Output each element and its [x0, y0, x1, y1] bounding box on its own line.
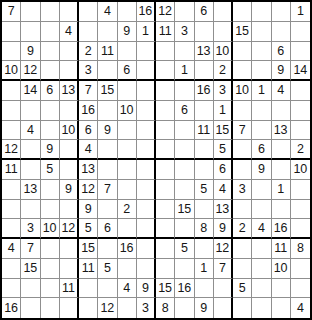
cell-r12c7[interactable]: [118, 219, 137, 239]
cell-r8c3: 9: [41, 140, 60, 160]
cell-r4c2: 12: [21, 61, 40, 81]
cell-r16c3[interactable]: [41, 298, 60, 318]
cell-r13c9[interactable]: [156, 239, 175, 259]
cell-r7c11: 11: [195, 121, 214, 141]
cell-r13c11[interactable]: [195, 239, 214, 259]
cell-r8c14: 6: [252, 140, 271, 160]
cell-r11c2[interactable]: [21, 200, 40, 220]
cell-r7c8[interactable]: [137, 121, 156, 141]
cell-r16c6: 12: [98, 298, 117, 318]
cell-r3c16[interactable]: [291, 42, 310, 62]
cell-r3c14[interactable]: [252, 42, 271, 62]
cell-r3c9[interactable]: [156, 42, 175, 62]
cell-r4c15: 9: [272, 61, 291, 81]
cell-r12c3: 10: [41, 219, 60, 239]
cell-r15c7: 4: [118, 279, 137, 299]
cell-r16c15[interactable]: [272, 298, 291, 318]
cell-r9c1: 11: [2, 160, 21, 180]
cell-r12c1[interactable]: [2, 219, 21, 239]
cell-r9c16: 10: [291, 160, 310, 180]
cell-r14c13[interactable]: [233, 259, 252, 279]
cell-r5c11: 16: [195, 81, 214, 101]
cell-r16c9: 8: [156, 298, 175, 318]
cell-r16c13[interactable]: [233, 298, 252, 318]
cell-r9c5: 13: [79, 160, 98, 180]
cell-r3c8[interactable]: [137, 42, 156, 62]
cell-r8c15[interactable]: [272, 140, 291, 160]
cell-r16c10[interactable]: [175, 298, 194, 318]
cell-r7c4: 10: [60, 121, 79, 141]
cell-r1c6: 4: [98, 2, 117, 22]
cell-r14c14[interactable]: [252, 259, 271, 279]
cell-r11c5: 9: [79, 200, 98, 220]
cell-r9c8[interactable]: [137, 160, 156, 180]
cell-r5c10[interactable]: [175, 81, 194, 101]
cell-r1c14[interactable]: [252, 2, 271, 22]
cell-r7c14[interactable]: [252, 121, 271, 141]
cell-r6c8[interactable]: [137, 101, 156, 121]
cell-r13c14[interactable]: [252, 239, 271, 259]
cell-r6c7: 10: [118, 101, 137, 121]
cell-r4c14[interactable]: [252, 61, 271, 81]
cell-r2c3[interactable]: [41, 22, 60, 42]
cell-r1c8: 16: [137, 2, 156, 22]
cell-r7c2: 4: [21, 121, 40, 141]
cell-r5c5: 7: [79, 81, 98, 101]
cell-r12c16[interactable]: [291, 219, 310, 239]
cell-r5c1[interactable]: [2, 81, 21, 101]
cell-r1c12[interactable]: [214, 2, 233, 22]
cell-r12c10[interactable]: [175, 219, 194, 239]
cell-r6c11[interactable]: [195, 101, 214, 121]
cell-r14c5: 11: [79, 259, 98, 279]
cell-r14c2: 15: [21, 259, 40, 279]
cell-r3c13[interactable]: [233, 42, 252, 62]
cell-r4c16: 14: [291, 61, 310, 81]
cell-r10c13: 3: [233, 180, 252, 200]
cell-r12c4: 12: [60, 219, 79, 239]
cell-r10c10[interactable]: [175, 180, 194, 200]
cell-r10c16[interactable]: [291, 180, 310, 200]
cell-r9c6[interactable]: [98, 160, 117, 180]
cell-r11c6[interactable]: [98, 200, 117, 220]
cell-r14c12: 7: [214, 259, 233, 279]
cell-r7c16[interactable]: [291, 121, 310, 141]
cell-r13c6[interactable]: [98, 239, 117, 259]
cell-r3c1[interactable]: [2, 42, 21, 62]
cell-r6c2[interactable]: [21, 101, 40, 121]
cell-r11c8[interactable]: [137, 200, 156, 220]
cell-r14c16[interactable]: [291, 259, 310, 279]
cell-r8c9[interactable]: [156, 140, 175, 160]
cell-r13c7: 16: [118, 239, 137, 259]
cell-r9c9[interactable]: [156, 160, 175, 180]
cell-r10c4: 9: [60, 180, 79, 200]
cell-r9c3: 5: [41, 160, 60, 180]
cell-r1c13[interactable]: [233, 2, 252, 22]
cell-r12c2: 3: [21, 219, 40, 239]
cell-r3c11: 13: [195, 42, 214, 62]
cell-r10c2: 13: [21, 180, 40, 200]
cell-r9c11[interactable]: [195, 160, 214, 180]
cell-r14c8[interactable]: [137, 259, 156, 279]
cell-r11c11[interactable]: [195, 200, 214, 220]
cell-r9c14: 9: [252, 160, 271, 180]
cell-r3c15: 6: [272, 42, 291, 62]
cell-r10c9[interactable]: [156, 180, 175, 200]
cell-r6c13[interactable]: [233, 101, 252, 121]
cell-r14c11: 1: [195, 259, 214, 279]
cell-r5c8[interactable]: [137, 81, 156, 101]
cell-r11c14[interactable]: [252, 200, 271, 220]
cell-r15c2[interactable]: [21, 279, 40, 299]
cell-r2c16[interactable]: [291, 22, 310, 42]
cell-r1c1: 7: [2, 2, 21, 22]
cell-r6c12: 1: [214, 101, 233, 121]
cell-r3c10[interactable]: [175, 42, 194, 62]
cell-r5c2: 14: [21, 81, 40, 101]
cell-r1c7[interactable]: [118, 2, 137, 22]
cell-r4c9[interactable]: [156, 61, 175, 81]
cell-r11c15[interactable]: [272, 200, 291, 220]
cell-r9c4[interactable]: [60, 160, 79, 180]
cell-r5c16[interactable]: [291, 81, 310, 101]
cell-r16c11: 9: [195, 298, 214, 318]
cell-r8c5: 4: [79, 140, 98, 160]
cell-r15c1[interactable]: [2, 279, 21, 299]
cell-r1c5[interactable]: [79, 2, 98, 22]
cell-r6c10: 6: [175, 101, 194, 121]
cell-r8c11[interactable]: [195, 140, 214, 160]
cell-r9c2[interactable]: [21, 160, 40, 180]
sudoku-board: 7416126149111315921113106101236129141461…: [0, 0, 312, 320]
cell-r16c8: 3: [137, 298, 156, 318]
cell-r6c3[interactable]: [41, 101, 60, 121]
cell-r10c7[interactable]: [118, 180, 137, 200]
cell-r16c7[interactable]: [118, 298, 137, 318]
cell-r12c15: 16: [272, 219, 291, 239]
cell-r4c6[interactable]: [98, 61, 117, 81]
cell-r7c10[interactable]: [175, 121, 194, 141]
cell-r16c4[interactable]: [60, 298, 79, 318]
cell-r14c6: 5: [98, 259, 117, 279]
cell-r13c12: 12: [214, 239, 233, 259]
cell-r15c8: 9: [137, 279, 156, 299]
cell-r8c6[interactable]: [98, 140, 117, 160]
cell-r2c13: 15: [233, 22, 252, 42]
cell-r6c15[interactable]: [272, 101, 291, 121]
cell-r7c12: 15: [214, 121, 233, 141]
cell-r14c4[interactable]: [60, 259, 79, 279]
cell-r5c9[interactable]: [156, 81, 175, 101]
cell-r14c15: 10: [272, 259, 291, 279]
cell-r14c1[interactable]: [2, 259, 21, 279]
cell-r12c11: 8: [195, 219, 214, 239]
cell-r2c5[interactable]: [79, 22, 98, 42]
cell-r12c8[interactable]: [137, 219, 156, 239]
cell-r4c12: 2: [214, 61, 233, 81]
cell-r2c11[interactable]: [195, 22, 214, 42]
cell-r5c7[interactable]: [118, 81, 137, 101]
cell-r4c5: 3: [79, 61, 98, 81]
cell-r8c12: 5: [214, 140, 233, 160]
cell-r2c10: 3: [175, 22, 194, 42]
cell-r12c13: 2: [233, 219, 252, 239]
cell-r3c12: 10: [214, 42, 233, 62]
cell-r13c4[interactable]: [60, 239, 79, 259]
cell-r8c13[interactable]: [233, 140, 252, 160]
cell-r11c13[interactable]: [233, 200, 252, 220]
cell-r13c13[interactable]: [233, 239, 252, 259]
cell-r13c15: 11: [272, 239, 291, 259]
cell-r13c5: 15: [79, 239, 98, 259]
cell-r3c4[interactable]: [60, 42, 79, 62]
cell-r6c5: 16: [79, 101, 98, 121]
cell-r16c12[interactable]: [214, 298, 233, 318]
cell-r3c2: 9: [21, 42, 40, 62]
cell-r11c16[interactable]: [291, 200, 310, 220]
cell-r12c12: 9: [214, 219, 233, 239]
cell-r13c3[interactable]: [41, 239, 60, 259]
cell-r7c13: 7: [233, 121, 252, 141]
cell-r7c6: 9: [98, 121, 117, 141]
cell-r16c1: 16: [2, 298, 21, 318]
cell-r11c3[interactable]: [41, 200, 60, 220]
cell-r8c10[interactable]: [175, 140, 194, 160]
cell-r6c14[interactable]: [252, 101, 271, 121]
cell-r6c6[interactable]: [98, 101, 117, 121]
cell-r11c9[interactable]: [156, 200, 175, 220]
cell-r15c3[interactable]: [41, 279, 60, 299]
cell-r7c15: 13: [272, 121, 291, 141]
cell-r10c12: 4: [214, 180, 233, 200]
cell-r7c9[interactable]: [156, 121, 175, 141]
cell-r13c16: 8: [291, 239, 310, 259]
cell-r5c3: 6: [41, 81, 60, 101]
cell-r1c9: 12: [156, 2, 175, 22]
cell-r3c7[interactable]: [118, 42, 137, 62]
cell-r4c11[interactable]: [195, 61, 214, 81]
cell-r3c3[interactable]: [41, 42, 60, 62]
cell-r8c7[interactable]: [118, 140, 137, 160]
cell-r2c1[interactable]: [2, 22, 21, 42]
cell-r10c11: 5: [195, 180, 214, 200]
cell-r6c1[interactable]: [2, 101, 21, 121]
cell-r16c2[interactable]: [21, 298, 40, 318]
cell-r5c4: 13: [60, 81, 79, 101]
cell-r15c13: 5: [233, 279, 252, 299]
cell-r2c2[interactable]: [21, 22, 40, 42]
cell-r2c12[interactable]: [214, 22, 233, 42]
cell-r12c5: 5: [79, 219, 98, 239]
cell-r15c11[interactable]: [195, 279, 214, 299]
cell-r15c6[interactable]: [98, 279, 117, 299]
cell-r15c10: 16: [175, 279, 194, 299]
cell-r2c15[interactable]: [272, 22, 291, 42]
cell-r16c5[interactable]: [79, 298, 98, 318]
cell-r1c3[interactable]: [41, 2, 60, 22]
cell-r6c16[interactable]: [291, 101, 310, 121]
cell-r10c5: 12: [79, 180, 98, 200]
cell-r9c7[interactable]: [118, 160, 137, 180]
cell-r8c16: 2: [291, 140, 310, 160]
cell-r4c4[interactable]: [60, 61, 79, 81]
cell-r16c16: 4: [291, 298, 310, 318]
cell-r7c5: 6: [79, 121, 98, 141]
cell-r4c1: 10: [2, 61, 21, 81]
cell-r11c7: 2: [118, 200, 137, 220]
cell-r6c9[interactable]: [156, 101, 175, 121]
cell-r9c15[interactable]: [272, 160, 291, 180]
cell-r9c13[interactable]: [233, 160, 252, 180]
cell-r11c12: 13: [214, 200, 233, 220]
cell-r2c4: 4: [60, 22, 79, 42]
cell-r12c9[interactable]: [156, 219, 175, 239]
cell-r4c13[interactable]: [233, 61, 252, 81]
cell-r10c15: 1: [272, 180, 291, 200]
cell-r1c11: 6: [195, 2, 214, 22]
cell-r15c5[interactable]: [79, 279, 98, 299]
cell-r1c10[interactable]: [175, 2, 194, 22]
cell-r1c15[interactable]: [272, 2, 291, 22]
cell-r10c3[interactable]: [41, 180, 60, 200]
cell-r8c8[interactable]: [137, 140, 156, 160]
cell-r14c7[interactable]: [118, 259, 137, 279]
cell-r15c16[interactable]: [291, 279, 310, 299]
cell-r1c4[interactable]: [60, 2, 79, 22]
cell-r15c14[interactable]: [252, 279, 271, 299]
cell-r15c9: 15: [156, 279, 175, 299]
cell-r13c2: 7: [21, 239, 40, 259]
cell-r1c16: 1: [291, 2, 310, 22]
cell-r2c8: 1: [137, 22, 156, 42]
cell-r10c14[interactable]: [252, 180, 271, 200]
cell-r12c14: 4: [252, 219, 271, 239]
cell-r15c15[interactable]: [272, 279, 291, 299]
cell-r8c1: 12: [2, 140, 21, 160]
cell-r5c13: 10: [233, 81, 252, 101]
cell-r1c2[interactable]: [21, 2, 40, 22]
cell-r11c4[interactable]: [60, 200, 79, 220]
cell-r13c1: 4: [2, 239, 21, 259]
cell-r14c3[interactable]: [41, 259, 60, 279]
cell-r7c1[interactable]: [2, 121, 21, 141]
cell-r3c5: 2: [79, 42, 98, 62]
cell-r16c14[interactable]: [252, 298, 271, 318]
cell-r2c6[interactable]: [98, 22, 117, 42]
cell-r13c10: 5: [175, 239, 194, 259]
cell-r4c3[interactable]: [41, 61, 60, 81]
cell-r9c10[interactable]: [175, 160, 194, 180]
cell-r6c4[interactable]: [60, 101, 79, 121]
cell-r5c12: 3: [214, 81, 233, 101]
cell-r5c6: 15: [98, 81, 117, 101]
cell-r11c1[interactable]: [2, 200, 21, 220]
cell-r5c15: 4: [272, 81, 291, 101]
cell-r15c4: 11: [60, 279, 79, 299]
cell-r3c6: 11: [98, 42, 117, 62]
cell-r11c10: 15: [175, 200, 194, 220]
cell-r5c14: 1: [252, 81, 271, 101]
cell-r2c9: 11: [156, 22, 175, 42]
cell-r7c7[interactable]: [118, 121, 137, 141]
cell-r10c8[interactable]: [137, 180, 156, 200]
cell-r12c6: 6: [98, 219, 117, 239]
cell-r15c12[interactable]: [214, 279, 233, 299]
cell-r7c3[interactable]: [41, 121, 60, 141]
cell-r4c8[interactable]: [137, 61, 156, 81]
cell-r10c6: 7: [98, 180, 117, 200]
cell-r2c7: 9: [118, 22, 137, 42]
cell-r2c14[interactable]: [252, 22, 271, 42]
cell-r14c9[interactable]: [156, 259, 175, 279]
cell-r9c12: 6: [214, 160, 233, 180]
cell-r8c2[interactable]: [21, 140, 40, 160]
cell-r14c10[interactable]: [175, 259, 194, 279]
cell-r4c10: 1: [175, 61, 194, 81]
cell-r4c7: 6: [118, 61, 137, 81]
cell-r8c4[interactable]: [60, 140, 79, 160]
cell-r13c8[interactable]: [137, 239, 156, 259]
cell-r10c1[interactable]: [2, 180, 21, 200]
